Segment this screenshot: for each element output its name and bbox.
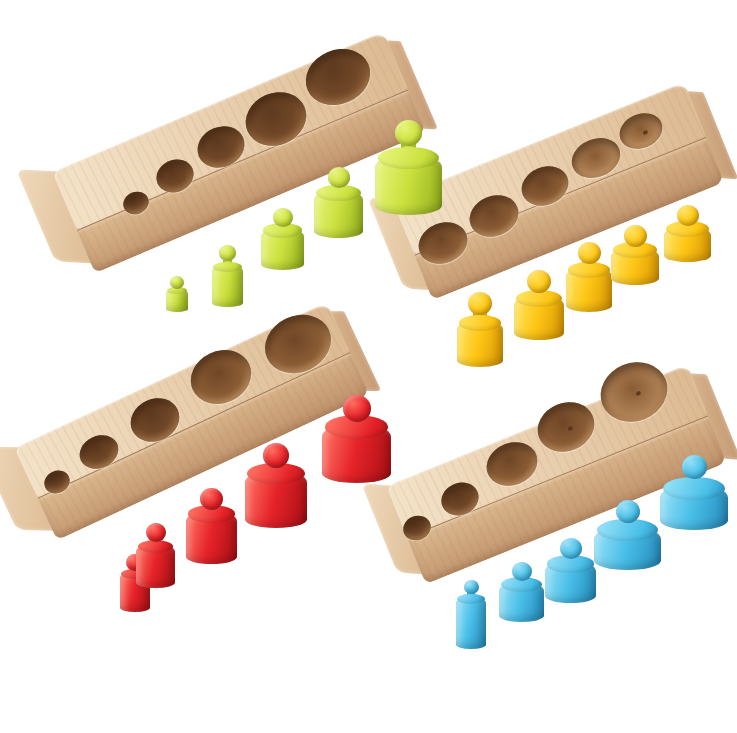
blue-cylinder-2-knob	[512, 562, 532, 581]
blue-cylinder-4-knob	[616, 500, 640, 523]
blue-cylinder-1	[456, 580, 486, 649]
blue-cylinder-5-knob	[682, 455, 707, 479]
yellow-cylinder-4-knob	[624, 225, 647, 247]
red-cylinder-5-knob	[343, 395, 371, 422]
blue-cylinder-3	[545, 538, 596, 603]
yellow-block-hole-5-pinhole	[642, 129, 648, 135]
red-cylinder-2-knob	[146, 523, 166, 542]
green-cylinder-2	[212, 245, 243, 307]
yellow-cylinder-3-knob	[578, 242, 601, 264]
blue-block-hole-4-pinhole	[567, 426, 573, 432]
yellow-cylinder-1-top-surface	[459, 315, 501, 331]
green-cylinder-1	[166, 276, 188, 312]
blue-cylinder-4	[594, 500, 661, 570]
green-cylinder-5-knob	[395, 120, 422, 146]
yellow-cylinder-2-knob	[527, 270, 551, 293]
yellow-cylinder-5-knob	[677, 205, 699, 226]
red-cylinder-3	[186, 488, 237, 564]
yellow-cylinder-5	[664, 205, 711, 262]
yellow-cylinder-4	[611, 225, 659, 285]
red-cylinder-5	[322, 395, 391, 483]
blue-cylinder-1-knob	[464, 580, 479, 594]
scene	[0, 0, 737, 733]
yellow-cylinder-3	[566, 242, 612, 312]
yellow-cylinder-1	[457, 292, 503, 367]
red-cylinder-4	[245, 443, 307, 528]
green-cylinder-5	[375, 120, 442, 215]
yellow-cylinder-1-knob	[468, 292, 492, 315]
green-cylinder-4	[314, 167, 363, 238]
blue-cylinder-1-body	[456, 597, 486, 649]
blue-block-hole-5-pinhole	[636, 391, 642, 397]
green-cylinder-3	[261, 208, 304, 270]
green-cylinder-3-knob	[273, 208, 293, 227]
green-cylinder-2-knob	[219, 245, 236, 261]
red-cylinder-3-knob	[200, 488, 223, 510]
blue-cylinder-1-top-surface	[457, 594, 485, 604]
blue-cylinder-3-knob	[560, 538, 582, 559]
green-cylinder-4-knob	[328, 167, 350, 188]
yellow-cylinder-3-top-surface	[568, 262, 610, 278]
green-cylinder-2-top-surface	[213, 262, 242, 273]
red-cylinder-2	[136, 523, 175, 588]
red-cylinder-4-knob	[263, 443, 289, 468]
blue-cylinder-2	[499, 562, 544, 622]
blue-cylinder-5-top-surface	[663, 477, 726, 500]
blue-cylinder-5	[660, 455, 728, 530]
yellow-cylinder-2	[514, 270, 564, 340]
